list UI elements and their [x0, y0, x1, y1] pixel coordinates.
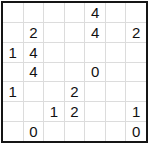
- cell-r4c1[interactable]: [3, 63, 23, 82]
- cell-r7c4[interactable]: [65, 122, 85, 141]
- cell-r5c5[interactable]: [85, 82, 105, 101]
- cell-r1c3[interactable]: [44, 3, 64, 22]
- cell-r7c5[interactable]: [85, 122, 105, 141]
- cell-r7c7: 0: [126, 122, 146, 141]
- cell-r1c1[interactable]: [3, 3, 23, 22]
- cell-r3c5[interactable]: [85, 43, 105, 62]
- cell-r4c6[interactable]: [106, 63, 126, 82]
- cell-r3c7[interactable]: [126, 43, 146, 62]
- cell-r6c2[interactable]: [24, 102, 44, 121]
- cell-r6c6[interactable]: [106, 102, 126, 121]
- cell-r6c1[interactable]: [3, 102, 23, 121]
- cell-r4c2: 4: [24, 63, 44, 82]
- cell-r6c7: 1: [126, 102, 146, 121]
- cell-r6c3: 1: [44, 102, 64, 121]
- cell-r2c1[interactable]: [3, 23, 23, 42]
- puzzle-grid: 424214401212100: [3, 3, 146, 141]
- minesweeper-board: 424214401212100: [1, 1, 148, 143]
- cell-r5c2[interactable]: [24, 82, 44, 101]
- cell-r2c2: 2: [24, 23, 44, 42]
- cell-r3c6[interactable]: [106, 43, 126, 62]
- cell-r7c2: 0: [24, 122, 44, 141]
- cell-r3c1: 1: [3, 43, 23, 62]
- cell-r6c4: 2: [65, 102, 85, 121]
- cell-r5c6[interactable]: [106, 82, 126, 101]
- cell-r1c5: 4: [85, 3, 105, 22]
- cell-r1c4[interactable]: [65, 3, 85, 22]
- cell-r3c2: 4: [24, 43, 44, 62]
- cell-r4c7[interactable]: [126, 63, 146, 82]
- cell-r6c5[interactable]: [85, 102, 105, 121]
- cell-r1c7[interactable]: [126, 3, 146, 22]
- cell-r5c3[interactable]: [44, 82, 64, 101]
- cell-r2c6[interactable]: [106, 23, 126, 42]
- cell-r2c7: 2: [126, 23, 146, 42]
- cell-r1c6[interactable]: [106, 3, 126, 22]
- cell-r5c7[interactable]: [126, 82, 146, 101]
- cell-r2c3[interactable]: [44, 23, 64, 42]
- cell-r5c1: 1: [3, 82, 23, 101]
- cell-r1c2[interactable]: [24, 3, 44, 22]
- cell-r4c4[interactable]: [65, 63, 85, 82]
- cell-r7c6[interactable]: [106, 122, 126, 141]
- cell-r2c4[interactable]: [65, 23, 85, 42]
- cell-r5c4: 2: [65, 82, 85, 101]
- cell-r4c5: 0: [85, 63, 105, 82]
- cell-r4c3[interactable]: [44, 63, 64, 82]
- cell-r7c1[interactable]: [3, 122, 23, 141]
- cell-r7c3[interactable]: [44, 122, 64, 141]
- cell-r2c5: 4: [85, 23, 105, 42]
- puzzle-stage: 424214401212100: [0, 0, 150, 150]
- cell-r3c3[interactable]: [44, 43, 64, 62]
- cell-r3c4[interactable]: [65, 43, 85, 62]
